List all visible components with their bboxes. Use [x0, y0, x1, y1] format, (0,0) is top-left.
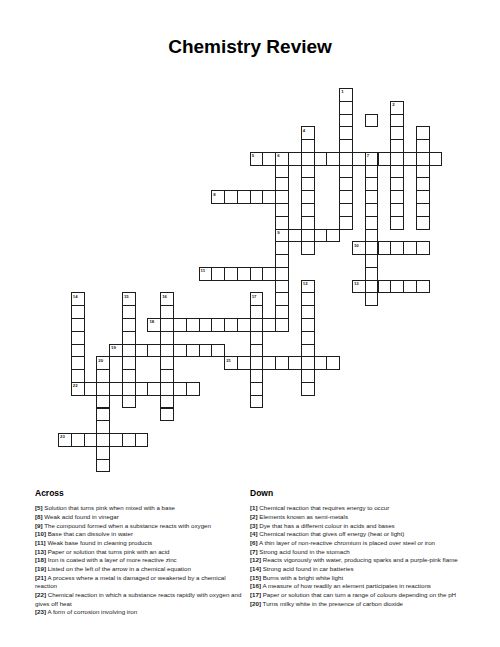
- grid-cell[interactable]: [339, 177, 353, 191]
- grid-cell[interactable]: [250, 318, 264, 332]
- grid-cell[interactable]: [135, 382, 149, 396]
- down-clues-section: Down [1] Chemical reaction that requires…: [250, 489, 474, 608]
- grid-cell[interactable]: [96, 382, 110, 396]
- clue-number: [9]: [35, 522, 43, 529]
- clue-number: [11]: [35, 539, 46, 546]
- grid-cell[interactable]: [224, 267, 238, 281]
- crossword-worksheet-page: { "title": "Chemistry Review", "game": "…: [0, 0, 500, 647]
- grid-cell[interactable]: [275, 216, 289, 230]
- grid-cell[interactable]: [326, 229, 340, 243]
- grid-cell[interactable]: [109, 382, 123, 396]
- clue-number: [16]: [250, 582, 261, 589]
- grid-cell[interactable]: [275, 177, 289, 191]
- grid-cell[interactable]: 13: [352, 280, 366, 294]
- cell-number: 8: [213, 192, 215, 197]
- clue-down-3: [3] Dye that has a different colour in a…: [250, 522, 474, 531]
- cell-number: 1: [341, 89, 343, 94]
- grid-cell[interactable]: [301, 369, 315, 383]
- grid-cell[interactable]: [288, 229, 302, 243]
- cell-number: 18: [149, 319, 154, 324]
- clue-across-21: [21] A process where a metal is damaged …: [35, 574, 247, 591]
- grid-cell[interactable]: [122, 369, 136, 383]
- grid-cell[interactable]: [275, 280, 289, 294]
- grid-cell[interactable]: [288, 356, 302, 370]
- grid-cell[interactable]: [416, 177, 430, 191]
- clue-number: [23]: [35, 608, 46, 615]
- across-clue-list: [5] Solution that turns pink when mixed …: [35, 504, 247, 617]
- clue-number: [13]: [35, 548, 46, 555]
- cell-number: 10: [354, 243, 359, 248]
- grid-cell[interactable]: [122, 318, 136, 332]
- grid-cell[interactable]: [71, 344, 85, 358]
- grid-cell[interactable]: [416, 126, 430, 140]
- grid-cell[interactable]: [301, 344, 315, 358]
- clue-down-16: [16] A measure of how readily an element…: [250, 582, 474, 591]
- grid-cell[interactable]: [416, 203, 430, 217]
- grid-cell[interactable]: [262, 356, 276, 370]
- grid-cell[interactable]: [250, 331, 264, 345]
- grid-cell[interactable]: [173, 318, 187, 332]
- grid-cell[interactable]: 18: [147, 318, 161, 332]
- grid-cell[interactable]: 15: [122, 292, 136, 306]
- grid-cell[interactable]: [339, 126, 353, 140]
- grid-cell[interactable]: [301, 331, 315, 345]
- grid-cell[interactable]: [390, 190, 404, 204]
- grid-cell[interactable]: [96, 433, 110, 447]
- grid-cell[interactable]: [211, 318, 225, 332]
- grid-cell[interactable]: [71, 433, 85, 447]
- grid-cell[interactable]: [390, 152, 404, 166]
- grid-cell[interactable]: [390, 203, 404, 217]
- grid-cell[interactable]: [237, 190, 251, 204]
- clue-number: [2]: [250, 513, 258, 520]
- grid-cell[interactable]: [237, 267, 251, 281]
- grid-cell[interactable]: [262, 190, 276, 204]
- grid-cell[interactable]: [275, 305, 289, 319]
- across-header: Across: [35, 489, 247, 499]
- grid-cell[interactable]: [135, 344, 149, 358]
- clue-number: [17]: [250, 591, 261, 598]
- grid-cell[interactable]: [160, 369, 174, 383]
- grid-cell[interactable]: [314, 356, 328, 370]
- cell-number: 5: [252, 153, 254, 158]
- clue-across-19: [19] Listed on the left of the arrow in …: [35, 565, 247, 574]
- grid-cell[interactable]: [275, 356, 289, 370]
- grid-cell[interactable]: [365, 292, 379, 306]
- grid-cell[interactable]: [301, 292, 315, 306]
- grid-cell[interactable]: [96, 420, 110, 434]
- grid-cell[interactable]: [314, 152, 328, 166]
- cell-number: 11: [201, 268, 206, 273]
- grid-cell[interactable]: [160, 382, 174, 396]
- grid-cell[interactable]: 1: [339, 88, 353, 102]
- clue-number: [6]: [250, 539, 258, 546]
- grid-cell[interactable]: [365, 241, 379, 255]
- grid-cell[interactable]: [250, 356, 264, 370]
- grid-cell[interactable]: 16: [160, 292, 174, 306]
- grid-cell[interactable]: [71, 331, 85, 345]
- grid-cell[interactable]: [339, 216, 353, 230]
- grid-cell[interactable]: [390, 126, 404, 140]
- grid-cell[interactable]: [416, 241, 430, 255]
- grid-cell[interactable]: [339, 114, 353, 128]
- clue-number: [14]: [250, 565, 261, 572]
- grid-cell[interactable]: [339, 152, 353, 166]
- grid-cell[interactable]: [314, 229, 328, 243]
- grid-cell[interactable]: [365, 267, 379, 281]
- grid-cell[interactable]: [160, 356, 174, 370]
- cell-number: 13: [354, 281, 359, 286]
- grid-cell[interactable]: [378, 241, 392, 255]
- grid-cell[interactable]: [122, 305, 136, 319]
- grid-cell[interactable]: 11: [199, 267, 213, 281]
- grid-cell[interactable]: [365, 165, 379, 179]
- grid-cell[interactable]: [147, 344, 161, 358]
- grid-cell[interactable]: [250, 395, 264, 409]
- cell-number: 4: [303, 128, 305, 133]
- grid-cell[interactable]: [71, 318, 85, 332]
- grid-cell[interactable]: [262, 267, 276, 281]
- clue-across-8: [8] Weak acid found in vinegar: [35, 513, 247, 522]
- cell-number: 19: [111, 345, 116, 350]
- grid-cell[interactable]: 20: [96, 356, 110, 370]
- grid-cell[interactable]: [211, 344, 225, 358]
- clue-number: [20]: [250, 600, 261, 607]
- grid-cell[interactable]: [301, 216, 315, 230]
- cell-number: 2: [392, 102, 394, 107]
- grid-cell[interactable]: [160, 305, 174, 319]
- grid-cell[interactable]: 2: [390, 101, 404, 115]
- grid-cell[interactable]: [96, 459, 110, 473]
- grid-cell[interactable]: [365, 229, 379, 243]
- grid-cell[interactable]: [339, 139, 353, 153]
- grid-cell[interactable]: [339, 101, 353, 115]
- clue-down-4: [4] Chemical reaction that gives off ene…: [250, 530, 474, 539]
- cell-number: 6: [277, 153, 279, 158]
- grid-cell[interactable]: [71, 305, 85, 319]
- grid-cell[interactable]: [250, 190, 264, 204]
- grid-cell[interactable]: 6: [275, 152, 289, 166]
- grid-cell[interactable]: [275, 241, 289, 255]
- grid-cell[interactable]: [390, 280, 404, 294]
- grid-cell[interactable]: [173, 382, 187, 396]
- grid-cell[interactable]: [365, 280, 379, 294]
- grid-cell[interactable]: [390, 114, 404, 128]
- clue-down-2: [2] Elements known as semi-metals: [250, 513, 474, 522]
- grid-cell[interactable]: [250, 267, 264, 281]
- grid-cell[interactable]: [365, 114, 379, 128]
- grid-cell[interactable]: 10: [352, 241, 366, 255]
- grid-cell[interactable]: [96, 395, 110, 409]
- grid-cell[interactable]: [275, 190, 289, 204]
- grid-cell[interactable]: [365, 177, 379, 191]
- grid-cell[interactable]: [403, 280, 417, 294]
- grid-cell[interactable]: 14: [71, 292, 85, 306]
- cell-number: 17: [252, 294, 257, 299]
- grid-cell[interactable]: [275, 318, 289, 332]
- clue-across-23: [23] A form of corrosion involving iron: [35, 608, 247, 617]
- grid-cell[interactable]: [160, 344, 174, 358]
- clue-number: [3]: [250, 522, 258, 529]
- grid-cell[interactable]: [122, 331, 136, 345]
- grid-cell[interactable]: [326, 356, 340, 370]
- grid-cell[interactable]: [224, 190, 238, 204]
- grid-cell[interactable]: [262, 152, 276, 166]
- clue-number: [10]: [35, 530, 46, 537]
- grid-cell[interactable]: [250, 344, 264, 358]
- grid-cell[interactable]: [71, 369, 85, 383]
- clue-down-17: [17] Paper or solution that can turn a r…: [250, 591, 474, 600]
- grid-cell[interactable]: [403, 241, 417, 255]
- grid-cell[interactable]: [250, 305, 264, 319]
- grid-cell[interactable]: [390, 216, 404, 230]
- clue-across-13: [13] Paper or solution that turns pink w…: [35, 548, 247, 557]
- grid-cell[interactable]: [250, 369, 264, 383]
- grid-cell[interactable]: [160, 318, 174, 332]
- grid-cell[interactable]: [109, 433, 123, 447]
- grid-cell[interactable]: [416, 152, 430, 166]
- grid-cell[interactable]: [122, 395, 136, 409]
- down-clue-list: [1] Chemical reaction that requires ener…: [250, 504, 474, 608]
- grid-cell[interactable]: [339, 203, 353, 217]
- grid-cell[interactable]: [186, 318, 200, 332]
- grid-cell[interactable]: 9: [275, 229, 289, 243]
- grid-cell[interactable]: [275, 165, 289, 179]
- grid-cell[interactable]: [84, 382, 98, 396]
- clue-down-6: [6] A thin layer of non-reactive chromiu…: [250, 539, 474, 548]
- grid-cell[interactable]: [199, 344, 213, 358]
- down-header: Down: [250, 489, 474, 499]
- grid-cell[interactable]: [160, 395, 174, 409]
- grid-cell[interactable]: 21: [224, 356, 238, 370]
- grid-cell[interactable]: [147, 382, 161, 396]
- grid-cell[interactable]: [301, 177, 315, 191]
- grid-cell[interactable]: [390, 139, 404, 153]
- grid-cell[interactable]: [365, 254, 379, 268]
- grid-cell[interactable]: [326, 152, 340, 166]
- grid-cell[interactable]: [301, 190, 315, 204]
- clue-number: [19]: [35, 565, 46, 572]
- grid-cell[interactable]: [135, 433, 149, 447]
- across-clues-section: Across [5] Solution that turns pink when…: [35, 489, 247, 617]
- grid-cell[interactable]: [429, 152, 443, 166]
- clue-down-12: [12] Reacts vigorously with water, produ…: [250, 556, 474, 565]
- clue-number: [1]: [250, 504, 258, 511]
- clue-number: [22]: [35, 591, 46, 598]
- grid-cell[interactable]: 12: [301, 280, 315, 294]
- grid-cell[interactable]: 23: [58, 433, 72, 447]
- clue-across-5: [5] Solution that turns pink when mixed …: [35, 504, 247, 513]
- grid-cell[interactable]: [301, 152, 315, 166]
- cell-number: 14: [73, 294, 78, 299]
- clue-down-14: [14] Strong acid found in car batteries: [250, 565, 474, 574]
- cell-number: 9: [277, 230, 279, 235]
- grid-cell[interactable]: [416, 280, 430, 294]
- grid-cell[interactable]: [403, 152, 417, 166]
- clue-across-22: [22] Chemical reaction in which a substa…: [35, 591, 247, 608]
- grid-cell[interactable]: [122, 344, 136, 358]
- clue-number: [4]: [250, 530, 258, 537]
- grid-cell[interactable]: 7: [365, 152, 379, 166]
- grid-cell[interactable]: [301, 318, 315, 332]
- clue-across-9: [9] The compound formed when a substance…: [35, 522, 247, 531]
- cell-number: 16: [162, 294, 167, 299]
- grid-cell[interactable]: [352, 152, 366, 166]
- grid-cell[interactable]: 5: [250, 152, 264, 166]
- grid-cell[interactable]: 17: [250, 292, 264, 306]
- clue-number: [21]: [35, 574, 46, 581]
- clue-across-18: [18] Iron is coated with a layer of more…: [35, 556, 247, 565]
- grid-cell[interactable]: [416, 165, 430, 179]
- grid-cell[interactable]: [84, 433, 98, 447]
- grid-cell[interactable]: [301, 241, 315, 255]
- grid-cell[interactable]: [237, 356, 251, 370]
- grid-cell[interactable]: 19: [109, 344, 123, 358]
- grid-cell[interactable]: [378, 280, 392, 294]
- cell-number: 23: [60, 434, 65, 439]
- clue-across-11: [11] Weak base found in cleaning product…: [35, 539, 247, 548]
- grid-cell[interactable]: [275, 267, 289, 281]
- grid-cell[interactable]: [96, 446, 110, 460]
- clue-down-7: [7] Strong acid found in the stomach: [250, 548, 474, 557]
- clue-down-1: [1] Chemical reaction that requires ener…: [250, 504, 474, 513]
- grid-cell[interactable]: [122, 356, 136, 370]
- grid-cell[interactable]: [275, 203, 289, 217]
- cell-number: 21: [226, 358, 231, 363]
- grid-cell[interactable]: [173, 344, 187, 358]
- grid-cell[interactable]: [211, 267, 225, 281]
- cell-number: 12: [303, 281, 308, 286]
- grid-cell[interactable]: [224, 318, 238, 332]
- grid-cell[interactable]: [122, 382, 136, 396]
- grid-cell[interactable]: [390, 241, 404, 255]
- grid-cell[interactable]: [301, 165, 315, 179]
- grid-cell[interactable]: [237, 318, 251, 332]
- grid-cell[interactable]: [275, 292, 289, 306]
- grid-cell[interactable]: [301, 382, 315, 396]
- clue-number: [15]: [250, 574, 261, 581]
- grid-cell[interactable]: [339, 165, 353, 179]
- grid-cell[interactable]: [186, 382, 200, 396]
- clue-number: [7]: [250, 548, 258, 555]
- page-title: Chemistry Review: [0, 36, 500, 58]
- grid-cell[interactable]: [365, 203, 379, 217]
- grid-cell[interactable]: 22: [71, 382, 85, 396]
- grid-cell[interactable]: [301, 139, 315, 153]
- grid-cell[interactable]: [416, 190, 430, 204]
- clue-down-15: [15] Burns with a bright white light: [250, 574, 474, 583]
- grid-cell[interactable]: [365, 216, 379, 230]
- grid-cell[interactable]: 4: [301, 126, 315, 140]
- clue-number: [8]: [35, 513, 43, 520]
- grid-cell[interactable]: [96, 369, 110, 383]
- grid-cell[interactable]: [199, 318, 213, 332]
- grid-cell[interactable]: [301, 305, 315, 319]
- clue-across-10: [10] Base that can dissolve in water: [35, 530, 247, 539]
- cell-number: 7: [367, 153, 369, 158]
- grid-cell[interactable]: [365, 190, 379, 204]
- grid-cell[interactable]: [160, 408, 174, 422]
- grid-cell[interactable]: [301, 229, 315, 243]
- clue-number: [5]: [35, 504, 43, 511]
- grid-cell[interactable]: [378, 152, 392, 166]
- grid-cell[interactable]: [275, 254, 289, 268]
- grid-cell[interactable]: [390, 165, 404, 179]
- grid-cell[interactable]: [71, 356, 85, 370]
- grid-cell[interactable]: [301, 356, 315, 370]
- grid-cell[interactable]: [262, 318, 276, 332]
- grid-cell[interactable]: [339, 190, 353, 204]
- cell-number: 20: [98, 358, 103, 363]
- crossword-grid: 124567891011121314151617181920212223: [58, 88, 443, 473]
- clue-down-20: [20] Turns milky white in the presence o…: [250, 600, 474, 609]
- grid-cell[interactable]: [301, 203, 315, 217]
- grid-cell[interactable]: 8: [211, 190, 225, 204]
- grid-cell[interactable]: [390, 177, 404, 191]
- clue-number: [12]: [250, 556, 261, 563]
- grid-cell[interactable]: [160, 331, 174, 345]
- grid-cell[interactable]: [416, 216, 430, 230]
- grid-cell[interactable]: [288, 152, 302, 166]
- grid-cell[interactable]: [122, 433, 136, 447]
- clue-number: [18]: [35, 556, 46, 563]
- cell-number: 22: [73, 383, 78, 388]
- grid-cell[interactable]: [250, 382, 264, 396]
- grid-cell[interactable]: [186, 344, 200, 358]
- grid-cell[interactable]: [416, 139, 430, 153]
- cell-number: 15: [124, 294, 129, 299]
- grid-cell[interactable]: [96, 408, 110, 422]
